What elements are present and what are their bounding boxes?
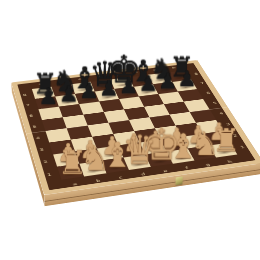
- rank-label-7: 7: [26, 104, 30, 107]
- product-photo-scene: abcdefgh abcdefgh 87654321 87654321 ♜♞♝♛…: [0, 0, 260, 260]
- rank-label-1: 1: [47, 173, 52, 177]
- square-a1[interactable]: ♜: [57, 164, 84, 180]
- rank-label-5: 5: [32, 125, 37, 129]
- rank-label-2: 2: [43, 160, 48, 164]
- brass-clasp-latch: [176, 176, 183, 185]
- rank-label-4: 4: [36, 136, 41, 140]
- chess-board: abcdefgh abcdefgh 87654321 87654321 ♜♞♝♛…: [11, 60, 260, 195]
- piece-white-rook[interactable]: ♜: [58, 148, 87, 177]
- rank-label-5: 5: [212, 101, 217, 104]
